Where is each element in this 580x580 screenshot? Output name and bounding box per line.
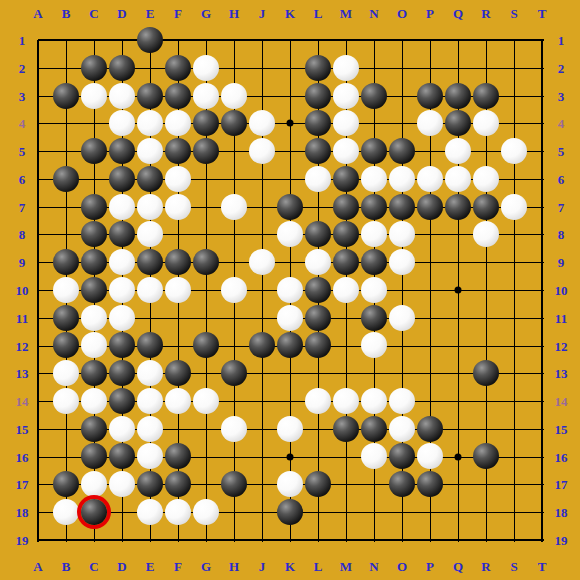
intersection-O14[interactable] bbox=[388, 387, 416, 415]
intersection-N18[interactable] bbox=[360, 498, 388, 526]
intersection-N13[interactable] bbox=[360, 359, 388, 387]
intersection-F8[interactable] bbox=[164, 220, 192, 248]
intersection-E8[interactable] bbox=[136, 220, 164, 248]
intersection-L12[interactable] bbox=[304, 332, 332, 360]
intersection-G14[interactable] bbox=[192, 387, 220, 415]
intersection-Q10[interactable] bbox=[444, 276, 472, 304]
intersection-A18[interactable] bbox=[24, 498, 52, 526]
intersection-N4[interactable] bbox=[360, 109, 388, 137]
intersection-S8[interactable] bbox=[500, 220, 528, 248]
intersection-R7[interactable] bbox=[472, 193, 500, 221]
intersection-L3[interactable] bbox=[304, 82, 332, 110]
intersection-A13[interactable] bbox=[24, 359, 52, 387]
intersection-K3[interactable] bbox=[276, 82, 304, 110]
intersection-B9[interactable] bbox=[52, 248, 80, 276]
intersection-L18[interactable] bbox=[304, 498, 332, 526]
intersection-H2[interactable] bbox=[220, 54, 248, 82]
intersection-G10[interactable] bbox=[192, 276, 220, 304]
intersection-G7[interactable] bbox=[192, 193, 220, 221]
intersection-Q3[interactable] bbox=[444, 82, 472, 110]
intersection-C7[interactable] bbox=[80, 193, 108, 221]
intersection-F15[interactable] bbox=[164, 415, 192, 443]
intersection-O4[interactable] bbox=[388, 109, 416, 137]
intersection-H13[interactable] bbox=[220, 359, 248, 387]
intersection-E13[interactable] bbox=[136, 359, 164, 387]
intersection-T19[interactable] bbox=[528, 526, 556, 554]
intersection-M14[interactable] bbox=[332, 387, 360, 415]
intersection-K12[interactable] bbox=[276, 332, 304, 360]
intersection-F13[interactable] bbox=[164, 359, 192, 387]
intersection-P17[interactable] bbox=[416, 470, 444, 498]
intersection-T18[interactable] bbox=[528, 498, 556, 526]
intersection-O2[interactable] bbox=[388, 54, 416, 82]
intersection-J1[interactable] bbox=[248, 26, 276, 54]
intersection-K9[interactable] bbox=[276, 248, 304, 276]
intersection-E5[interactable] bbox=[136, 137, 164, 165]
intersection-H5[interactable] bbox=[220, 137, 248, 165]
intersection-L13[interactable] bbox=[304, 359, 332, 387]
intersection-S3[interactable] bbox=[500, 82, 528, 110]
intersection-S10[interactable] bbox=[500, 276, 528, 304]
intersection-P1[interactable] bbox=[416, 26, 444, 54]
intersection-K15[interactable] bbox=[276, 415, 304, 443]
intersection-H18[interactable] bbox=[220, 498, 248, 526]
intersection-R13[interactable] bbox=[472, 359, 500, 387]
intersection-T15[interactable] bbox=[528, 415, 556, 443]
intersection-J8[interactable] bbox=[248, 220, 276, 248]
intersection-T17[interactable] bbox=[528, 470, 556, 498]
intersection-J17[interactable] bbox=[248, 470, 276, 498]
intersection-M12[interactable] bbox=[332, 332, 360, 360]
intersection-N11[interactable] bbox=[360, 304, 388, 332]
intersection-C4[interactable] bbox=[80, 109, 108, 137]
intersection-Q14[interactable] bbox=[444, 387, 472, 415]
intersection-R12[interactable] bbox=[472, 332, 500, 360]
intersection-J12[interactable] bbox=[248, 332, 276, 360]
intersection-E2[interactable] bbox=[136, 54, 164, 82]
intersection-A7[interactable] bbox=[24, 193, 52, 221]
intersection-F18[interactable] bbox=[164, 498, 192, 526]
intersection-N19[interactable] bbox=[360, 526, 388, 554]
intersection-G9[interactable] bbox=[192, 248, 220, 276]
intersection-L14[interactable] bbox=[304, 387, 332, 415]
intersection-O15[interactable] bbox=[388, 415, 416, 443]
intersection-K11[interactable] bbox=[276, 304, 304, 332]
intersection-T16[interactable] bbox=[528, 443, 556, 471]
intersection-C1[interactable] bbox=[80, 26, 108, 54]
intersection-C15[interactable] bbox=[80, 415, 108, 443]
intersection-N7[interactable] bbox=[360, 193, 388, 221]
intersection-P10[interactable] bbox=[416, 276, 444, 304]
intersection-F1[interactable] bbox=[164, 26, 192, 54]
intersection-D18[interactable] bbox=[108, 498, 136, 526]
intersection-P19[interactable] bbox=[416, 526, 444, 554]
intersection-C11[interactable] bbox=[80, 304, 108, 332]
intersection-A14[interactable] bbox=[24, 387, 52, 415]
intersection-J19[interactable] bbox=[248, 526, 276, 554]
intersection-L11[interactable] bbox=[304, 304, 332, 332]
intersection-T3[interactable] bbox=[528, 82, 556, 110]
intersection-D7[interactable] bbox=[108, 193, 136, 221]
intersection-R6[interactable] bbox=[472, 165, 500, 193]
intersection-S2[interactable] bbox=[500, 54, 528, 82]
intersection-F16[interactable] bbox=[164, 443, 192, 471]
intersection-P14[interactable] bbox=[416, 387, 444, 415]
intersection-F10[interactable] bbox=[164, 276, 192, 304]
intersection-T12[interactable] bbox=[528, 332, 556, 360]
intersection-O12[interactable] bbox=[388, 332, 416, 360]
intersection-D19[interactable] bbox=[108, 526, 136, 554]
intersection-E11[interactable] bbox=[136, 304, 164, 332]
intersection-K14[interactable] bbox=[276, 387, 304, 415]
intersection-M17[interactable] bbox=[332, 470, 360, 498]
intersection-F2[interactable] bbox=[164, 54, 192, 82]
intersection-F5[interactable] bbox=[164, 137, 192, 165]
intersection-O18[interactable] bbox=[388, 498, 416, 526]
intersection-E10[interactable] bbox=[136, 276, 164, 304]
intersection-G6[interactable] bbox=[192, 165, 220, 193]
intersection-A1[interactable] bbox=[24, 26, 52, 54]
intersection-K10[interactable] bbox=[276, 276, 304, 304]
intersection-A5[interactable] bbox=[24, 137, 52, 165]
intersection-E9[interactable] bbox=[136, 248, 164, 276]
intersection-J16[interactable] bbox=[248, 443, 276, 471]
intersection-F19[interactable] bbox=[164, 526, 192, 554]
intersection-D15[interactable] bbox=[108, 415, 136, 443]
intersection-Q2[interactable] bbox=[444, 54, 472, 82]
intersection-S12[interactable] bbox=[500, 332, 528, 360]
intersection-B8[interactable] bbox=[52, 220, 80, 248]
intersection-A17[interactable] bbox=[24, 470, 52, 498]
intersection-D6[interactable] bbox=[108, 165, 136, 193]
intersection-F9[interactable] bbox=[164, 248, 192, 276]
intersection-K13[interactable] bbox=[276, 359, 304, 387]
intersection-H6[interactable] bbox=[220, 165, 248, 193]
intersection-K17[interactable] bbox=[276, 470, 304, 498]
intersection-B16[interactable] bbox=[52, 443, 80, 471]
intersection-R2[interactable] bbox=[472, 54, 500, 82]
intersection-Q5[interactable] bbox=[444, 137, 472, 165]
intersection-N14[interactable] bbox=[360, 387, 388, 415]
intersection-A6[interactable] bbox=[24, 165, 52, 193]
intersection-Q1[interactable] bbox=[444, 26, 472, 54]
intersection-G1[interactable] bbox=[192, 26, 220, 54]
intersection-E17[interactable] bbox=[136, 470, 164, 498]
intersection-K16[interactable] bbox=[276, 443, 304, 471]
intersection-E14[interactable] bbox=[136, 387, 164, 415]
intersection-N16[interactable] bbox=[360, 443, 388, 471]
intersection-O7[interactable] bbox=[388, 193, 416, 221]
intersection-J14[interactable] bbox=[248, 387, 276, 415]
intersection-E15[interactable] bbox=[136, 415, 164, 443]
intersection-L2[interactable] bbox=[304, 54, 332, 82]
intersection-C2[interactable] bbox=[80, 54, 108, 82]
intersection-M7[interactable] bbox=[332, 193, 360, 221]
intersection-G4[interactable] bbox=[192, 109, 220, 137]
intersection-D4[interactable] bbox=[108, 109, 136, 137]
intersection-J9[interactable] bbox=[248, 248, 276, 276]
intersection-G2[interactable] bbox=[192, 54, 220, 82]
intersection-E18[interactable] bbox=[136, 498, 164, 526]
intersection-P11[interactable] bbox=[416, 304, 444, 332]
intersection-C10[interactable] bbox=[80, 276, 108, 304]
intersection-K8[interactable] bbox=[276, 220, 304, 248]
intersection-B14[interactable] bbox=[52, 387, 80, 415]
intersection-T13[interactable] bbox=[528, 359, 556, 387]
intersection-S17[interactable] bbox=[500, 470, 528, 498]
intersection-C14[interactable] bbox=[80, 387, 108, 415]
intersection-S19[interactable] bbox=[500, 526, 528, 554]
intersection-S7[interactable] bbox=[500, 193, 528, 221]
intersection-A12[interactable] bbox=[24, 332, 52, 360]
intersection-M18[interactable] bbox=[332, 498, 360, 526]
intersection-D2[interactable] bbox=[108, 54, 136, 82]
intersection-P8[interactable] bbox=[416, 220, 444, 248]
intersection-J4[interactable] bbox=[248, 109, 276, 137]
intersection-H8[interactable] bbox=[220, 220, 248, 248]
intersection-E1[interactable] bbox=[136, 26, 164, 54]
intersection-H3[interactable] bbox=[220, 82, 248, 110]
intersection-J15[interactable] bbox=[248, 415, 276, 443]
intersection-C3[interactable] bbox=[80, 82, 108, 110]
intersection-C9[interactable] bbox=[80, 248, 108, 276]
intersection-C12[interactable] bbox=[80, 332, 108, 360]
intersection-P3[interactable] bbox=[416, 82, 444, 110]
intersection-R1[interactable] bbox=[472, 26, 500, 54]
intersection-P15[interactable] bbox=[416, 415, 444, 443]
intersection-J18[interactable] bbox=[248, 498, 276, 526]
intersection-C5[interactable] bbox=[80, 137, 108, 165]
intersection-P12[interactable] bbox=[416, 332, 444, 360]
intersection-R15[interactable] bbox=[472, 415, 500, 443]
intersection-L1[interactable] bbox=[304, 26, 332, 54]
intersection-P16[interactable] bbox=[416, 443, 444, 471]
intersection-R8[interactable] bbox=[472, 220, 500, 248]
intersection-B19[interactable] bbox=[52, 526, 80, 554]
intersection-D13[interactable] bbox=[108, 359, 136, 387]
intersection-Q9[interactable] bbox=[444, 248, 472, 276]
intersection-M4[interactable] bbox=[332, 109, 360, 137]
intersection-Q11[interactable] bbox=[444, 304, 472, 332]
intersection-P18[interactable] bbox=[416, 498, 444, 526]
intersection-G16[interactable] bbox=[192, 443, 220, 471]
intersection-Q8[interactable] bbox=[444, 220, 472, 248]
intersection-C19[interactable] bbox=[80, 526, 108, 554]
intersection-O10[interactable] bbox=[388, 276, 416, 304]
intersection-L9[interactable] bbox=[304, 248, 332, 276]
intersection-R18[interactable] bbox=[472, 498, 500, 526]
intersection-K18[interactable] bbox=[276, 498, 304, 526]
intersection-D17[interactable] bbox=[108, 470, 136, 498]
intersection-L7[interactable] bbox=[304, 193, 332, 221]
intersection-A3[interactable] bbox=[24, 82, 52, 110]
intersection-E19[interactable] bbox=[136, 526, 164, 554]
intersection-E16[interactable] bbox=[136, 443, 164, 471]
intersection-B10[interactable] bbox=[52, 276, 80, 304]
intersection-B17[interactable] bbox=[52, 470, 80, 498]
intersection-C13[interactable] bbox=[80, 359, 108, 387]
intersection-N10[interactable] bbox=[360, 276, 388, 304]
intersection-F11[interactable] bbox=[164, 304, 192, 332]
intersection-L19[interactable] bbox=[304, 526, 332, 554]
intersection-J3[interactable] bbox=[248, 82, 276, 110]
intersection-M6[interactable] bbox=[332, 165, 360, 193]
intersection-T10[interactable] bbox=[528, 276, 556, 304]
intersection-T2[interactable] bbox=[528, 54, 556, 82]
intersection-P6[interactable] bbox=[416, 165, 444, 193]
intersection-M13[interactable] bbox=[332, 359, 360, 387]
intersection-N6[interactable] bbox=[360, 165, 388, 193]
intersection-D3[interactable] bbox=[108, 82, 136, 110]
intersection-G19[interactable] bbox=[192, 526, 220, 554]
intersection-O16[interactable] bbox=[388, 443, 416, 471]
intersection-N8[interactable] bbox=[360, 220, 388, 248]
intersection-H14[interactable] bbox=[220, 387, 248, 415]
intersection-S1[interactable] bbox=[500, 26, 528, 54]
intersection-F17[interactable] bbox=[164, 470, 192, 498]
intersection-D1[interactable] bbox=[108, 26, 136, 54]
intersection-D11[interactable] bbox=[108, 304, 136, 332]
intersection-C8[interactable] bbox=[80, 220, 108, 248]
intersection-B12[interactable] bbox=[52, 332, 80, 360]
intersection-F12[interactable] bbox=[164, 332, 192, 360]
intersection-K2[interactable] bbox=[276, 54, 304, 82]
intersection-S18[interactable] bbox=[500, 498, 528, 526]
intersection-T9[interactable] bbox=[528, 248, 556, 276]
intersection-O6[interactable] bbox=[388, 165, 416, 193]
intersection-E6[interactable] bbox=[136, 165, 164, 193]
intersection-L16[interactable] bbox=[304, 443, 332, 471]
intersection-M11[interactable] bbox=[332, 304, 360, 332]
intersection-B4[interactable] bbox=[52, 109, 80, 137]
intersection-R16[interactable] bbox=[472, 443, 500, 471]
intersection-L4[interactable] bbox=[304, 109, 332, 137]
intersection-M8[interactable] bbox=[332, 220, 360, 248]
intersection-T7[interactable] bbox=[528, 193, 556, 221]
intersection-A11[interactable] bbox=[24, 304, 52, 332]
intersection-P4[interactable] bbox=[416, 109, 444, 137]
intersection-P2[interactable] bbox=[416, 54, 444, 82]
intersection-K19[interactable] bbox=[276, 526, 304, 554]
intersection-K4[interactable] bbox=[276, 109, 304, 137]
intersection-R14[interactable] bbox=[472, 387, 500, 415]
intersection-D8[interactable] bbox=[108, 220, 136, 248]
intersection-S16[interactable] bbox=[500, 443, 528, 471]
intersection-N12[interactable] bbox=[360, 332, 388, 360]
intersection-H12[interactable] bbox=[220, 332, 248, 360]
intersection-T14[interactable] bbox=[528, 387, 556, 415]
intersection-K1[interactable] bbox=[276, 26, 304, 54]
intersection-A2[interactable] bbox=[24, 54, 52, 82]
intersection-T4[interactable] bbox=[528, 109, 556, 137]
intersection-D5[interactable] bbox=[108, 137, 136, 165]
intersection-D10[interactable] bbox=[108, 276, 136, 304]
intersection-B3[interactable] bbox=[52, 82, 80, 110]
intersection-R17[interactable] bbox=[472, 470, 500, 498]
intersection-J7[interactable] bbox=[248, 193, 276, 221]
intersection-B18[interactable] bbox=[52, 498, 80, 526]
intersection-G5[interactable] bbox=[192, 137, 220, 165]
intersection-L5[interactable] bbox=[304, 137, 332, 165]
intersection-O9[interactable] bbox=[388, 248, 416, 276]
intersection-F6[interactable] bbox=[164, 165, 192, 193]
intersection-R10[interactable] bbox=[472, 276, 500, 304]
intersection-M10[interactable] bbox=[332, 276, 360, 304]
intersection-P13[interactable] bbox=[416, 359, 444, 387]
intersection-K6[interactable] bbox=[276, 165, 304, 193]
intersection-E4[interactable] bbox=[136, 109, 164, 137]
intersection-N3[interactable] bbox=[360, 82, 388, 110]
intersection-A8[interactable] bbox=[24, 220, 52, 248]
intersection-S6[interactable] bbox=[500, 165, 528, 193]
intersection-R4[interactable] bbox=[472, 109, 500, 137]
intersection-H11[interactable] bbox=[220, 304, 248, 332]
intersection-N5[interactable] bbox=[360, 137, 388, 165]
intersection-R11[interactable] bbox=[472, 304, 500, 332]
intersection-O11[interactable] bbox=[388, 304, 416, 332]
intersection-L6[interactable] bbox=[304, 165, 332, 193]
intersection-H1[interactable] bbox=[220, 26, 248, 54]
intersection-G12[interactable] bbox=[192, 332, 220, 360]
intersection-Q19[interactable] bbox=[444, 526, 472, 554]
intersection-D12[interactable] bbox=[108, 332, 136, 360]
intersection-A15[interactable] bbox=[24, 415, 52, 443]
intersection-H10[interactable] bbox=[220, 276, 248, 304]
intersection-Q6[interactable] bbox=[444, 165, 472, 193]
intersection-O19[interactable] bbox=[388, 526, 416, 554]
intersection-T5[interactable] bbox=[528, 137, 556, 165]
intersection-B11[interactable] bbox=[52, 304, 80, 332]
intersection-S4[interactable] bbox=[500, 109, 528, 137]
intersection-B6[interactable] bbox=[52, 165, 80, 193]
intersection-T11[interactable] bbox=[528, 304, 556, 332]
intersection-Q13[interactable] bbox=[444, 359, 472, 387]
intersection-D14[interactable] bbox=[108, 387, 136, 415]
intersection-L8[interactable] bbox=[304, 220, 332, 248]
intersection-H16[interactable] bbox=[220, 443, 248, 471]
intersection-L10[interactable] bbox=[304, 276, 332, 304]
intersection-S14[interactable] bbox=[500, 387, 528, 415]
intersection-O8[interactable] bbox=[388, 220, 416, 248]
intersection-R9[interactable] bbox=[472, 248, 500, 276]
intersection-B5[interactable] bbox=[52, 137, 80, 165]
intersection-L15[interactable] bbox=[304, 415, 332, 443]
intersection-J6[interactable] bbox=[248, 165, 276, 193]
intersection-J11[interactable] bbox=[248, 304, 276, 332]
intersection-A10[interactable] bbox=[24, 276, 52, 304]
intersection-S5[interactable] bbox=[500, 137, 528, 165]
intersection-Q4[interactable] bbox=[444, 109, 472, 137]
intersection-M15[interactable] bbox=[332, 415, 360, 443]
intersection-F7[interactable] bbox=[164, 193, 192, 221]
intersection-O3[interactable] bbox=[388, 82, 416, 110]
intersection-D16[interactable] bbox=[108, 443, 136, 471]
intersection-A4[interactable] bbox=[24, 109, 52, 137]
intersection-S15[interactable] bbox=[500, 415, 528, 443]
intersection-A19[interactable] bbox=[24, 526, 52, 554]
intersection-T1[interactable] bbox=[528, 26, 556, 54]
intersection-J5[interactable] bbox=[248, 137, 276, 165]
intersection-J10[interactable] bbox=[248, 276, 276, 304]
intersection-J2[interactable] bbox=[248, 54, 276, 82]
intersection-L17[interactable] bbox=[304, 470, 332, 498]
intersection-N1[interactable] bbox=[360, 26, 388, 54]
intersection-O1[interactable] bbox=[388, 26, 416, 54]
intersection-O17[interactable] bbox=[388, 470, 416, 498]
intersection-H15[interactable] bbox=[220, 415, 248, 443]
intersection-Q7[interactable] bbox=[444, 193, 472, 221]
intersection-Q12[interactable] bbox=[444, 332, 472, 360]
